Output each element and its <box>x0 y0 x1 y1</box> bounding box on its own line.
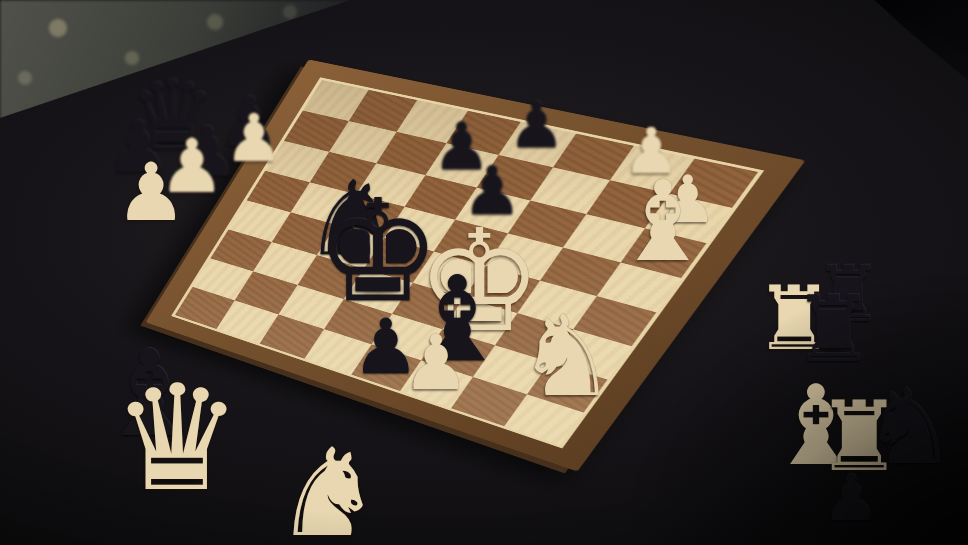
piece-black-pawn-e8: ♟ <box>508 95 565 159</box>
piece-white-queen-offboard-8: ♛ <box>111 366 242 512</box>
photo-scene: ♟♟♟♟♟♝♞♚♚♝♞♟♟♛♟♟♟♟♟♟♝♛♞♜♜♜♝♜♞♟ <box>0 0 968 545</box>
piece-white-knight-h2: ♞ <box>516 300 617 412</box>
piece-white-pawn-f1: ♟ <box>402 325 470 401</box>
piece-black-pawn-offboard-16: ♟ <box>823 467 880 530</box>
piece-white-knight-offboard-9: ♞ <box>274 433 383 545</box>
piece-white-bishop-h6: ♝ <box>613 166 713 277</box>
piece-white-pawn-offboard-4: ♟ <box>115 153 187 233</box>
